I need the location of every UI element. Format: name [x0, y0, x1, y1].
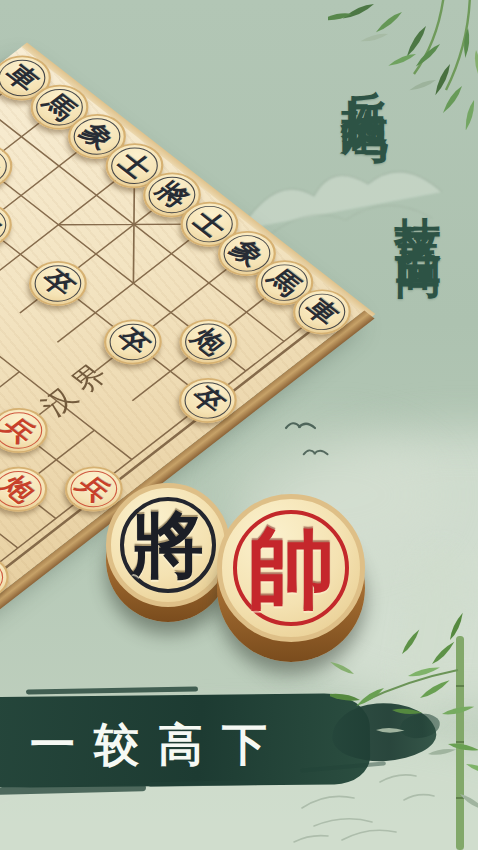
bird-icon	[302, 444, 330, 458]
piece-inner-ring	[0, 141, 17, 192]
black-general-glyph: 將	[132, 509, 204, 581]
banner-slogan: 一较高下	[30, 722, 286, 767]
piece-inner-ring	[0, 405, 52, 456]
piece-inner-ring	[0, 199, 16, 250]
piece-inner-ring	[175, 316, 241, 367]
red-general-glyph: 帥	[247, 524, 335, 612]
board-piece-卒[interactable]: 卒	[0, 193, 24, 257]
board-piece-卒[interactable]: 卒	[17, 252, 99, 316]
brush-streak	[26, 686, 198, 694]
board-piece-兵[interactable]: 兵	[0, 399, 60, 463]
board-piece-炮[interactable]: 炮	[168, 310, 250, 374]
piece-inner-ring	[100, 316, 166, 367]
board-piece-卒[interactable]: 卒	[92, 310, 174, 374]
board-piece-炮[interactable]: 炮	[0, 457, 59, 521]
splash-screen: 楚河 汉界 車馬象士將士象馬車炮炮卒卒卒卒卒兵兵兵兵兵炮炮車馬相仕帥仕相馬車 將…	[0, 0, 478, 850]
piece-face: 將	[106, 483, 230, 607]
piece-inner-ring	[25, 258, 91, 309]
calligraphy-column-2: 技艺盖世间	[388, 179, 450, 224]
piece-inner-ring	[0, 464, 51, 515]
featured-black-general: 將	[106, 483, 230, 607]
bird-icon	[284, 416, 318, 432]
bamboo-top-icon	[328, 0, 478, 130]
bamboo-bottom-icon	[330, 612, 478, 850]
board-piece-炮[interactable]: 炮	[0, 134, 24, 198]
